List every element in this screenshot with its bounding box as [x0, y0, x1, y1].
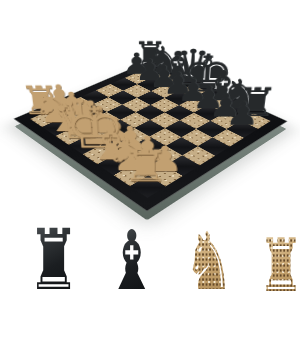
tan-rook-on-board: ♜ [82, 144, 209, 187]
square-h1: ♜ [130, 175, 166, 198]
tray-black-rook: ♜ [27, 218, 80, 302]
tray-tan-knight: ♞ [183, 222, 233, 302]
tray-tan-rook: ♜ [258, 228, 300, 302]
tray-black-bishop: ♝ [106, 220, 157, 302]
chess-set-product-photo[interactable]: ♜♞♝♛♚♝♞♜♟♟♟♟♟♟♟♟♟♟♟♟♟♟♟♟♜♞♝♛♚♝♞♜ ♚♜♝♞♜♟ [0, 0, 300, 350]
chess-board: ♜♞♝♛♚♝♞♜♟♟♟♟♟♟♟♟♟♟♟♟♟♟♟♟♜♞♝♛♚♝♞♜ [13, 60, 287, 212]
piece-tray: ♚♜♝♞♜♟ [0, 196, 300, 302]
black-pawn-on-board: ♟ [189, 98, 298, 130]
